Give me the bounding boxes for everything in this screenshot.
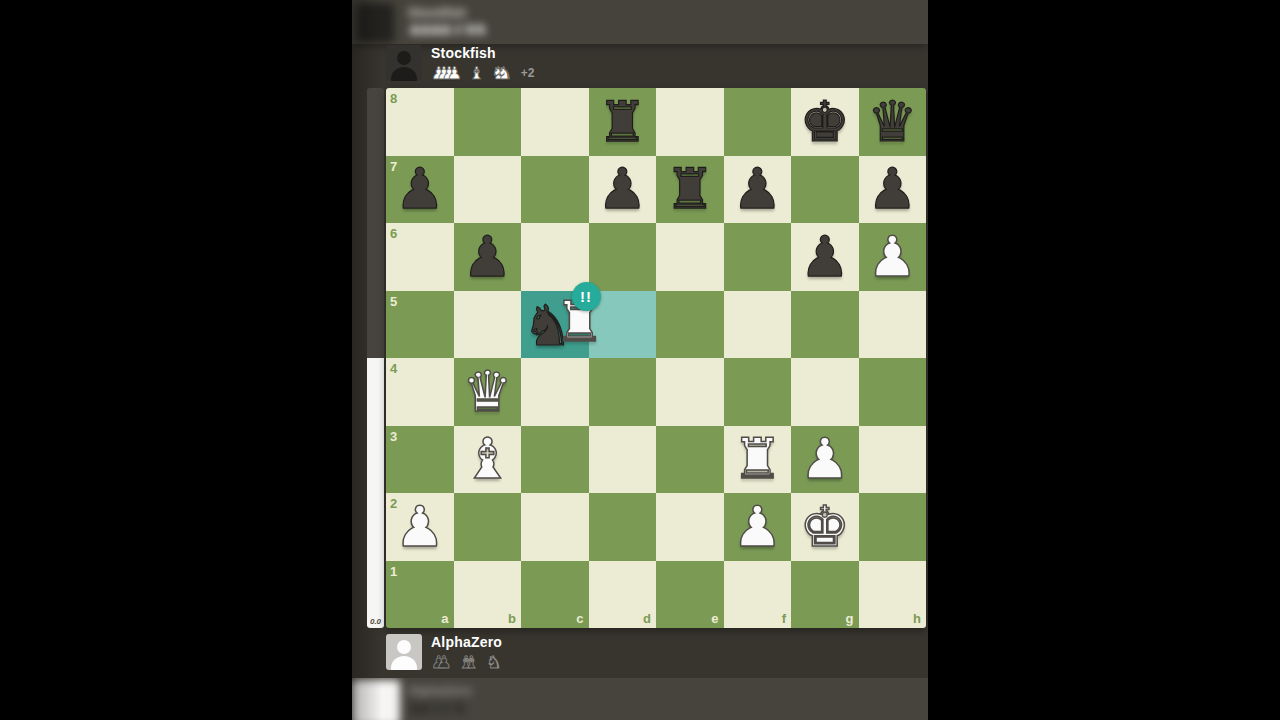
piece-white-pawn-g3[interactable]: ♟ xyxy=(791,426,859,494)
piece-white-queen-b4[interactable]: ♛ xyxy=(454,358,522,426)
material-advantage: +2 xyxy=(521,64,535,82)
square-g5[interactable] xyxy=(791,291,859,359)
captured-pieces-top: ♟♟♟♟♝♞♞+2 xyxy=(431,64,534,82)
square-b1[interactable]: b xyxy=(454,561,522,629)
square-h1[interactable]: h xyxy=(859,561,927,629)
square-g1[interactable]: g xyxy=(791,561,859,629)
ghost-captured-bottom: ♟♟ ♝♝ ♞ xyxy=(408,699,464,717)
captured-group-bishop: ♝ xyxy=(469,64,484,82)
person-silhouette-icon xyxy=(386,45,422,81)
piece-black-pawn-g6[interactable]: ♟ xyxy=(791,223,859,291)
square-c7[interactable] xyxy=(521,156,589,224)
square-f1[interactable]: f xyxy=(724,561,792,629)
square-e2[interactable] xyxy=(656,493,724,561)
piece-white-bishop-b3[interactable]: ♝ xyxy=(454,426,522,494)
square-d2[interactable] xyxy=(589,493,657,561)
square-a1[interactable]: 1a xyxy=(386,561,454,629)
eval-score: 0.0 xyxy=(367,617,384,626)
piece-white-king-g2[interactable]: ♚ xyxy=(791,493,859,561)
file-label-f: f xyxy=(782,612,786,625)
square-f4[interactable] xyxy=(724,358,792,426)
captured-knight-icon: ♞ xyxy=(497,64,512,82)
square-d6[interactable] xyxy=(589,223,657,291)
square-d1[interactable]: d xyxy=(589,561,657,629)
captured-group-knight: ♞ xyxy=(486,653,501,671)
square-c1[interactable]: c xyxy=(521,561,589,629)
captured-knight-icon: ♞ xyxy=(486,653,501,671)
square-e1[interactable]: e xyxy=(656,561,724,629)
square-g7[interactable] xyxy=(791,156,859,224)
square-a6[interactable]: 6 xyxy=(386,223,454,291)
ghost-name-top: Stockfish xyxy=(408,5,467,20)
ghost-name-bottom: AlphaZero xyxy=(408,683,472,698)
captured-pawn-icon: ♟ xyxy=(436,653,451,671)
rank-label-8: 8 xyxy=(390,92,397,105)
rank-label-3: 3 xyxy=(390,430,397,443)
piece-black-pawn-d7[interactable]: ♟ xyxy=(589,156,657,224)
captured-group-pawn: ♟♟ xyxy=(431,653,452,671)
rank-label-5: 5 xyxy=(390,295,397,308)
app-stage: Stockfish ♟♟♟♟ ♝ ♞♞ Stockfish ♟♟♟♟♝♞♞+2 … xyxy=(352,0,928,720)
square-a5[interactable]: 5 xyxy=(386,291,454,359)
square-f8[interactable] xyxy=(724,88,792,156)
captured-pawn-icon: ♟ xyxy=(447,64,462,82)
square-a3[interactable]: 3 xyxy=(386,426,454,494)
square-d4[interactable] xyxy=(589,358,657,426)
square-g4[interactable] xyxy=(791,358,859,426)
square-e6[interactable] xyxy=(656,223,724,291)
square-f5[interactable] xyxy=(724,291,792,359)
square-a4[interactable]: 4 xyxy=(386,358,454,426)
rank-label-1: 1 xyxy=(390,565,397,578)
ghost-captured-top: ♟♟♟♟ ♝ ♞♞ xyxy=(408,20,485,38)
eval-bar-black xyxy=(367,88,384,358)
square-f6[interactable] xyxy=(724,223,792,291)
person-silhouette-icon xyxy=(386,634,422,670)
rank-label-4: 4 xyxy=(390,362,397,375)
piece-black-pawn-h7[interactable]: ♟ xyxy=(859,156,927,224)
file-label-c: c xyxy=(576,612,583,625)
square-c4[interactable] xyxy=(521,358,589,426)
square-b7[interactable] xyxy=(454,156,522,224)
piece-black-pawn-a7[interactable]: ♟ xyxy=(386,156,454,224)
file-label-e: e xyxy=(711,612,718,625)
square-b8[interactable] xyxy=(454,88,522,156)
file-label-b: b xyxy=(508,612,516,625)
ghost-avatar-top xyxy=(356,3,394,43)
square-h2[interactable] xyxy=(859,493,927,561)
captured-bishop-icon: ♝ xyxy=(469,64,484,82)
letterboxed-viewport: Stockfish ♟♟♟♟ ♝ ♞♞ Stockfish ♟♟♟♟♝♞♞+2 … xyxy=(0,0,1280,720)
player-name-top[interactable]: Stockfish xyxy=(431,45,534,62)
captured-bishop-icon: ♝ xyxy=(464,653,479,671)
eval-bar-white: 0.0 xyxy=(367,358,384,628)
piece-black-rook-d8[interactable]: ♜ xyxy=(589,88,657,156)
ghost-bottom-strip: AlphaZero ♟♟ ♝♝ ♞ xyxy=(352,678,928,720)
file-label-h: h xyxy=(913,612,921,625)
captured-group-knight: ♞♞ xyxy=(491,64,512,82)
avatar-alphazero[interactable] xyxy=(386,634,422,670)
square-b5[interactable] xyxy=(454,291,522,359)
player-name-bottom[interactable]: AlphaZero xyxy=(431,634,508,651)
file-label-g: g xyxy=(846,612,854,625)
player-card-bottom: AlphaZero ♟♟♝♝♞ xyxy=(386,634,508,671)
board-area: 0.0 87654321abcdefgh♜♚♛♟♟♜♟♟♟♟♟♞♜♛♝♜♟♟♟♚… xyxy=(352,88,928,628)
piece-white-rook-f3[interactable]: ♜ xyxy=(724,426,792,494)
square-c6[interactable] xyxy=(521,223,589,291)
piece-black-queen-h8[interactable]: ♛ xyxy=(859,88,927,156)
captured-pieces-bottom: ♟♟♝♝♞ xyxy=(431,653,508,671)
eval-bar: 0.0 xyxy=(367,88,384,628)
square-c3[interactable] xyxy=(521,426,589,494)
square-a8[interactable]: 8 xyxy=(386,88,454,156)
square-e5[interactable] xyxy=(656,291,724,359)
square-h5[interactable] xyxy=(859,291,927,359)
piece-black-rook-e7[interactable]: ♜ xyxy=(656,156,724,224)
square-h3[interactable] xyxy=(859,426,927,494)
ghost-top-strip: Stockfish ♟♟♟♟ ♝ ♞♞ xyxy=(352,0,928,44)
chess-board[interactable]: 87654321abcdefgh♜♚♛♟♟♜♟♟♟♟♟♞♜♛♝♜♟♟♟♚!! xyxy=(386,88,926,628)
captured-group-bishop: ♝♝ xyxy=(459,653,480,671)
avatar-stockfish[interactable] xyxy=(386,45,422,81)
square-c8[interactable] xyxy=(521,88,589,156)
piece-white-pawn-f2[interactable]: ♟ xyxy=(724,493,792,561)
square-e3[interactable] xyxy=(656,426,724,494)
ghost-avatar-bottom xyxy=(352,680,400,720)
file-label-a: a xyxy=(441,612,448,625)
square-d3[interactable] xyxy=(589,426,657,494)
piece-black-pawn-f7[interactable]: ♟ xyxy=(724,156,792,224)
brilliant-move-badge: !! xyxy=(572,282,601,311)
piece-black-king-g8[interactable]: ♚ xyxy=(791,88,859,156)
square-e8[interactable] xyxy=(656,88,724,156)
file-label-d: d xyxy=(643,612,651,625)
square-b2[interactable] xyxy=(454,493,522,561)
square-c2[interactable] xyxy=(521,493,589,561)
piece-white-pawn-h6[interactable]: ♟ xyxy=(859,223,927,291)
piece-white-pawn-a2[interactable]: ♟ xyxy=(386,493,454,561)
rank-label-6: 6 xyxy=(390,227,397,240)
captured-group-pawn: ♟♟♟♟ xyxy=(431,64,462,82)
square-h4[interactable] xyxy=(859,358,927,426)
piece-black-pawn-b6[interactable]: ♟ xyxy=(454,223,522,291)
square-e4[interactable] xyxy=(656,358,724,426)
player-card-top: Stockfish ♟♟♟♟♝♞♞+2 xyxy=(386,45,534,82)
